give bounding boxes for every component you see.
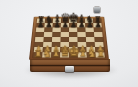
photo-scene: ♜♞♝♛♚♝♞♜♟♟♟♟♟♟♟♟♟♟♟♟♟♟♟♟♜♞♝♛♚♝♞♜ — [0, 0, 138, 87]
white-rook[interactable]: ♜ — [33, 49, 41, 58]
square-b1[interactable]: ♞ — [42, 52, 51, 57]
box-front-face — [30, 59, 110, 72]
black-pawn[interactable]: ♟ — [78, 20, 85, 28]
square-d7[interactable]: ♟ — [61, 23, 69, 28]
square-h1[interactable]: ♜ — [95, 52, 104, 57]
square-f1[interactable]: ♝ — [78, 52, 87, 57]
square-h4[interactable] — [94, 37, 103, 42]
square-c4[interactable] — [52, 37, 61, 42]
square-e7[interactable]: ♟ — [69, 23, 77, 28]
square-f4[interactable] — [77, 37, 86, 42]
black-pawn[interactable]: ♟ — [70, 20, 77, 28]
square-g1[interactable]: ♞ — [87, 52, 96, 57]
square-h7[interactable]: ♟ — [93, 23, 102, 28]
black-pawn[interactable]: ♟ — [45, 20, 52, 28]
chessboard-3d-stage: ♜♞♝♛♚♝♞♜♟♟♟♟♟♟♟♟♟♟♟♟♟♟♟♟♜♞♝♛♚♝♞♜ — [29, 17, 109, 60]
square-e4[interactable] — [69, 37, 78, 42]
chessboard: ♜♞♝♛♚♝♞♜♟♟♟♟♟♟♟♟♟♟♟♟♟♟♟♟♜♞♝♛♚♝♞♜ — [33, 19, 105, 58]
square-a4[interactable] — [35, 37, 44, 42]
black-pawn[interactable]: ♟ — [53, 20, 60, 28]
square-d4[interactable] — [60, 37, 69, 42]
white-knight[interactable]: ♞ — [87, 48, 96, 58]
square-b7[interactable]: ♟ — [44, 23, 52, 28]
square-f7[interactable]: ♟ — [77, 23, 85, 28]
square-g4[interactable] — [86, 37, 95, 42]
white-rook[interactable]: ♜ — [96, 49, 104, 58]
square-e1[interactable]: ♚ — [69, 52, 78, 57]
square-a1[interactable]: ♜ — [33, 52, 42, 57]
square-a7[interactable]: ♟ — [36, 23, 45, 28]
black-pawn[interactable]: ♟ — [94, 20, 101, 28]
square-c7[interactable]: ♟ — [53, 23, 61, 28]
black-pawn[interactable]: ♟ — [86, 20, 93, 28]
latch-clasp-icon — [65, 66, 74, 72]
black-pawn[interactable]: ♟ — [61, 20, 68, 28]
hinge-icon — [94, 7, 100, 13]
black-pawn[interactable]: ♟ — [37, 20, 44, 28]
white-bishop[interactable]: ♝ — [78, 47, 88, 58]
white-knight[interactable]: ♞ — [42, 48, 51, 58]
board-frame: ♜♞♝♛♚♝♞♜♟♟♟♟♟♟♟♟♟♟♟♟♟♟♟♟♜♞♝♛♚♝♞♜ — [29, 17, 109, 60]
square-b4[interactable] — [43, 37, 52, 42]
square-g7[interactable]: ♟ — [85, 23, 93, 28]
